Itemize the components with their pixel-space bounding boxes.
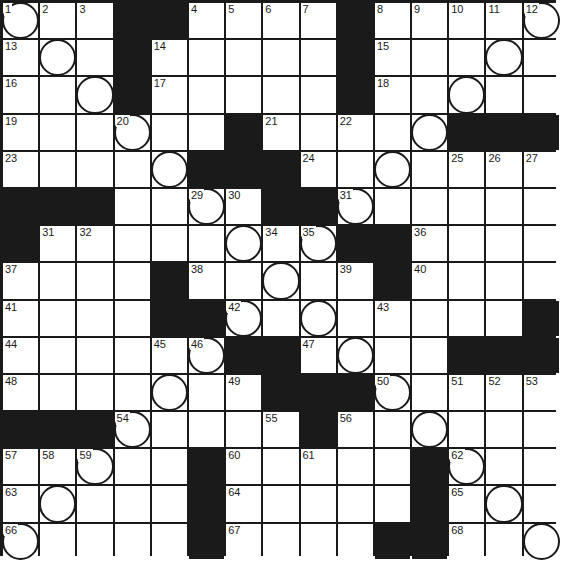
cell-r14-c7[interactable] xyxy=(263,524,298,559)
cell-r4-c2[interactable] xyxy=(77,152,112,187)
clue-number: 24 xyxy=(302,152,316,165)
clue-number: 30 xyxy=(227,189,241,202)
cell-r11-c4[interactable] xyxy=(152,412,187,447)
cell-r6-c1[interactable]: 31 xyxy=(40,226,75,261)
clue-number: 16 xyxy=(4,77,18,90)
cell-r5-c6[interactable]: 30 xyxy=(226,189,261,224)
clue-number: 46 xyxy=(190,338,204,351)
black-cell-r13-c5 xyxy=(189,486,224,521)
cell-r9-c1[interactable] xyxy=(40,338,75,373)
cell-r7-c7[interactable] xyxy=(263,263,298,298)
cell-r8-c7[interactable] xyxy=(263,301,298,336)
cell-r11-c12[interactable] xyxy=(449,412,484,447)
black-cell-r11-c1 xyxy=(40,412,75,447)
cell-r3-c1[interactable] xyxy=(40,115,75,150)
cell-r12-c7[interactable] xyxy=(263,449,298,484)
clue-number: 62 xyxy=(450,449,464,462)
clue-number: 35 xyxy=(302,226,316,239)
clue-number: 65 xyxy=(450,486,464,499)
cell-r8-c0[interactable]: 41 xyxy=(3,301,38,336)
clue-number: 64 xyxy=(227,486,241,499)
circle-marker xyxy=(300,300,337,337)
cell-r12-c10[interactable] xyxy=(375,449,410,484)
cell-r7-c9[interactable]: 39 xyxy=(338,263,373,298)
cell-r10-c14[interactable]: 53 xyxy=(524,375,559,410)
black-cell-r11-c0 xyxy=(3,412,38,447)
clue-number: 5 xyxy=(227,3,235,16)
cell-r5-c4[interactable] xyxy=(152,189,187,224)
cell-r7-c14[interactable] xyxy=(524,263,559,298)
clue-number: 4 xyxy=(190,3,198,16)
cell-r3-c11[interactable] xyxy=(412,115,447,150)
cell-r7-c11[interactable]: 40 xyxy=(412,263,447,298)
crossword-board: 1234567891011121314151617181920212223242… xyxy=(0,0,562,562)
cell-r5-c14[interactable] xyxy=(524,189,559,224)
circle-marker xyxy=(374,151,411,188)
cell-r11-c3[interactable]: 54 xyxy=(115,412,150,447)
cell-r14-c14[interactable] xyxy=(524,524,559,559)
clue-number: 26 xyxy=(487,152,501,165)
clue-number: 53 xyxy=(525,375,539,388)
clue-number: 11 xyxy=(487,3,500,16)
cell-r11-c10[interactable] xyxy=(375,412,410,447)
cell-r2-c5[interactable] xyxy=(189,77,224,112)
cell-r7-c5[interactable]: 38 xyxy=(189,263,224,298)
cell-r13-c7[interactable] xyxy=(263,486,298,521)
circle-marker xyxy=(411,114,448,151)
clue-number: 59 xyxy=(78,449,92,462)
cell-r12-c3[interactable] xyxy=(115,449,150,484)
cell-r12-c12[interactable]: 62 xyxy=(449,449,484,484)
circle-marker xyxy=(151,151,188,188)
cell-r11-c5[interactable] xyxy=(189,412,224,447)
black-cell-r9-c7 xyxy=(263,338,298,373)
black-cell-r12-c5 xyxy=(189,449,224,484)
cell-r5-c12[interactable] xyxy=(449,189,484,224)
cell-r10-c6[interactable]: 49 xyxy=(226,375,261,410)
cell-r13-c3[interactable] xyxy=(115,486,150,521)
circle-marker xyxy=(39,39,76,76)
cell-r13-c9[interactable] xyxy=(338,486,373,521)
clue-number: 7 xyxy=(302,3,310,16)
cell-r3-c2[interactable] xyxy=(77,115,112,150)
clue-number: 17 xyxy=(153,77,167,90)
clue-number: 38 xyxy=(190,263,204,276)
cell-r10-c3[interactable] xyxy=(115,375,150,410)
circle-marker xyxy=(337,337,374,374)
clue-number: 25 xyxy=(450,152,464,165)
cell-r5-c10[interactable] xyxy=(375,189,410,224)
cell-r5-c9[interactable]: 31 xyxy=(338,189,373,224)
circle-marker xyxy=(225,225,262,262)
clue-number: 45 xyxy=(153,338,167,351)
cell-r0-c8[interactable]: 7 xyxy=(301,3,336,38)
cell-r6-c5[interactable] xyxy=(189,226,224,261)
cell-r4-c12[interactable]: 25 xyxy=(449,152,484,187)
clue-number: 60 xyxy=(227,449,241,462)
cell-r3-c5[interactable] xyxy=(189,115,224,150)
cell-r3-c8[interactable] xyxy=(301,115,336,150)
clue-number: 57 xyxy=(4,449,18,462)
cell-r13-c4[interactable] xyxy=(152,486,187,521)
black-cell-r8-c14 xyxy=(524,301,559,336)
black-cell-r3-c13 xyxy=(486,115,521,150)
black-cell-r3-c6 xyxy=(226,115,261,150)
cell-r4-c8[interactable]: 24 xyxy=(301,152,336,187)
clue-number: 34 xyxy=(264,226,278,239)
cell-r2-c13[interactable] xyxy=(486,77,521,112)
cell-r0-c12[interactable]: 10 xyxy=(449,3,484,38)
cell-r4-c1[interactable] xyxy=(40,152,75,187)
cell-r2-c8[interactable] xyxy=(301,77,336,112)
cell-r11-c11[interactable] xyxy=(412,412,447,447)
cell-r8-c8[interactable] xyxy=(301,301,336,336)
clue-number: 43 xyxy=(376,301,390,314)
cell-r10-c4[interactable] xyxy=(152,375,187,410)
cell-r7-c3[interactable] xyxy=(115,263,150,298)
cell-r13-c14[interactable] xyxy=(524,486,559,521)
cell-r9-c10[interactable] xyxy=(375,338,410,373)
cell-r9-c4[interactable]: 45 xyxy=(152,338,187,373)
cell-r5-c5[interactable]: 29 xyxy=(189,189,224,224)
black-cell-r9-c6 xyxy=(226,338,261,373)
cell-r14-c2[interactable] xyxy=(77,524,112,559)
cell-r10-c13[interactable]: 52 xyxy=(486,375,521,410)
cell-r0-c11[interactable]: 9 xyxy=(412,3,447,38)
clue-number: 40 xyxy=(413,263,427,276)
black-cell-r2-c3 xyxy=(115,77,150,112)
cell-r12-c2[interactable]: 59 xyxy=(77,449,112,484)
cell-r6-c14[interactable] xyxy=(524,226,559,261)
circle-marker xyxy=(76,76,113,113)
cell-r10-c11[interactable] xyxy=(412,375,447,410)
clue-number: 29 xyxy=(190,189,204,202)
circle-marker xyxy=(411,411,448,448)
black-cell-r13-c11 xyxy=(412,486,447,521)
clue-number: 14 xyxy=(153,40,167,53)
cell-r3-c0[interactable]: 19 xyxy=(3,115,38,150)
black-cell-r14-c5 xyxy=(189,524,224,559)
cell-r14-c12[interactable]: 68 xyxy=(449,524,484,559)
black-cell-r12-c11 xyxy=(412,449,447,484)
clue-number: 32 xyxy=(78,226,92,239)
cell-r13-c1[interactable] xyxy=(40,486,75,521)
cell-r8-c6[interactable]: 42 xyxy=(226,301,261,336)
cell-r9-c0[interactable]: 44 xyxy=(3,338,38,373)
black-cell-r0-c9 xyxy=(338,3,373,38)
cell-r4-c3[interactable] xyxy=(115,152,150,187)
cell-r8-c13[interactable] xyxy=(486,301,521,336)
black-cell-r9-c12 xyxy=(449,338,484,373)
cell-r13-c6[interactable]: 64 xyxy=(226,486,261,521)
cell-r4-c4[interactable] xyxy=(152,152,187,187)
clue-number: 54 xyxy=(116,412,130,425)
black-cell-r5-c2 xyxy=(77,189,112,224)
black-cell-r9-c13 xyxy=(486,338,521,373)
black-cell-r14-c10 xyxy=(375,524,410,559)
clue-number: 19 xyxy=(4,115,18,128)
cell-r13-c12[interactable]: 65 xyxy=(449,486,484,521)
clue-number: 12 xyxy=(525,3,539,16)
cell-r7-c2[interactable] xyxy=(77,263,112,298)
cell-r14-c4[interactable] xyxy=(152,524,187,559)
cell-r14-c8[interactable] xyxy=(301,524,336,559)
clue-number: 52 xyxy=(487,375,501,388)
black-cell-r7-c10 xyxy=(375,263,410,298)
clue-number: 31 xyxy=(339,189,353,202)
cell-r0-c1[interactable]: 2 xyxy=(40,3,75,38)
cell-r6-c13[interactable] xyxy=(486,226,521,261)
clue-number: 44 xyxy=(4,338,18,351)
cell-r1-c8[interactable] xyxy=(301,40,336,75)
cell-r5-c11[interactable] xyxy=(412,189,447,224)
cell-r12-c9[interactable] xyxy=(338,449,373,484)
cell-r2-c4[interactable]: 17 xyxy=(152,77,187,112)
clue-number: 63 xyxy=(4,486,18,499)
clue-number: 27 xyxy=(525,152,539,165)
cell-r10-c12[interactable]: 51 xyxy=(449,375,484,410)
clue-number: 31 xyxy=(41,226,55,239)
clue-number: 56 xyxy=(339,412,353,425)
cell-r6-c7[interactable]: 34 xyxy=(263,226,298,261)
cell-r6-c2[interactable]: 32 xyxy=(77,226,112,261)
clue-number: 51 xyxy=(450,375,464,388)
cell-r2-c10[interactable]: 18 xyxy=(375,77,410,112)
cell-r7-c1[interactable] xyxy=(40,263,75,298)
cell-r12-c13[interactable] xyxy=(486,449,521,484)
clue-number: 68 xyxy=(450,524,464,537)
black-cell-r11-c8 xyxy=(301,412,336,447)
cell-r13-c0[interactable]: 63 xyxy=(3,486,38,521)
cell-r0-c5[interactable]: 4 xyxy=(189,3,224,38)
cell-r1-c4[interactable]: 14 xyxy=(152,40,187,75)
cell-r2-c0[interactable]: 16 xyxy=(3,77,38,112)
cell-r5-c13[interactable] xyxy=(486,189,521,224)
clue-number: 61 xyxy=(302,449,316,462)
black-cell-r8-c5 xyxy=(189,301,224,336)
clue-number: 2 xyxy=(41,3,49,16)
cell-r3-c10[interactable] xyxy=(375,115,410,150)
circle-marker xyxy=(448,76,485,113)
cell-r13-c8[interactable] xyxy=(301,486,336,521)
cell-r1-c13[interactable] xyxy=(486,40,521,75)
cell-r6-c3[interactable] xyxy=(115,226,150,261)
black-cell-r9-c14 xyxy=(524,338,559,373)
black-cell-r0-c4 xyxy=(152,3,187,38)
cell-r6-c6[interactable] xyxy=(226,226,261,261)
cell-r2-c1[interactable] xyxy=(40,77,75,112)
cell-r1-c12[interactable] xyxy=(449,40,484,75)
cell-r9-c3[interactable] xyxy=(115,338,150,373)
clue-number: 3 xyxy=(78,3,86,16)
cell-r8-c9[interactable] xyxy=(338,301,373,336)
cell-r3-c4[interactable] xyxy=(152,115,187,150)
clue-number: 10 xyxy=(450,3,464,16)
black-cell-r4-c6 xyxy=(226,152,261,187)
cell-r7-c12[interactable] xyxy=(449,263,484,298)
cell-r1-c5[interactable] xyxy=(189,40,224,75)
cell-r0-c13[interactable]: 11 xyxy=(486,3,521,38)
cell-r1-c2[interactable] xyxy=(77,40,112,75)
cell-r6-c8[interactable]: 35 xyxy=(301,226,336,261)
cell-r7-c8[interactable] xyxy=(301,263,336,298)
black-cell-r10-c7 xyxy=(263,375,298,410)
cell-r3-c9[interactable]: 22 xyxy=(338,115,373,150)
cell-r10-c10[interactable]: 50 xyxy=(375,375,410,410)
cell-r4-c14[interactable]: 27 xyxy=(524,152,559,187)
cell-r0-c7[interactable]: 6 xyxy=(263,3,298,38)
cell-r12-c8[interactable]: 61 xyxy=(301,449,336,484)
cell-r8-c1[interactable] xyxy=(40,301,75,336)
cell-r7-c6[interactable] xyxy=(226,263,261,298)
black-cell-r0-c3 xyxy=(115,3,150,38)
cell-r11-c7[interactable]: 55 xyxy=(263,412,298,447)
cell-r1-c14[interactable] xyxy=(524,40,559,75)
cell-r4-c10[interactable] xyxy=(375,152,410,187)
black-cell-r6-c9 xyxy=(338,226,373,261)
cell-r2-c6[interactable] xyxy=(226,77,261,112)
cell-r12-c4[interactable] xyxy=(152,449,187,484)
clue-number: 36 xyxy=(413,226,427,239)
clue-number: 22 xyxy=(339,115,353,128)
cell-r2-c2[interactable] xyxy=(77,77,112,112)
cell-r9-c5[interactable]: 46 xyxy=(189,338,224,373)
clue-number: 42 xyxy=(227,301,241,314)
clue-number: 1 xyxy=(4,3,12,16)
black-cell-r2-c9 xyxy=(338,77,373,112)
black-cell-r3-c14 xyxy=(524,115,559,150)
black-cell-r6-c10 xyxy=(375,226,410,261)
cell-r8-c11[interactable] xyxy=(412,301,447,336)
black-cell-r10-c8 xyxy=(301,375,336,410)
cell-r10-c5[interactable] xyxy=(189,375,224,410)
cell-r5-c3[interactable] xyxy=(115,189,150,224)
cell-r2-c14[interactable] xyxy=(524,77,559,112)
cell-r8-c3[interactable] xyxy=(115,301,150,336)
clue-number: 21 xyxy=(264,115,278,128)
clue-number: 8 xyxy=(376,3,384,16)
cell-r9-c11[interactable] xyxy=(412,338,447,373)
cell-r8-c2[interactable] xyxy=(77,301,112,336)
black-cell-r1-c9 xyxy=(338,40,373,75)
cell-r12-c6[interactable]: 60 xyxy=(226,449,261,484)
cell-r14-c3[interactable] xyxy=(115,524,150,559)
cell-r12-c14[interactable] xyxy=(524,449,559,484)
cell-r14-c0[interactable]: 66 xyxy=(3,524,38,559)
cell-r4-c0[interactable]: 23 xyxy=(3,152,38,187)
cell-r14-c6[interactable]: 67 xyxy=(226,524,261,559)
clue-number: 6 xyxy=(264,3,272,16)
cell-r10-c0[interactable]: 48 xyxy=(3,375,38,410)
cell-r14-c1[interactable] xyxy=(40,524,75,559)
cell-r11-c6[interactable] xyxy=(226,412,261,447)
crossword-grid: 1234567891011121314151617181920212223242… xyxy=(0,0,556,556)
black-cell-r6-c0 xyxy=(3,226,38,261)
cell-r3-c3[interactable]: 20 xyxy=(115,115,150,150)
cell-r9-c2[interactable] xyxy=(77,338,112,373)
cell-r1-c11[interactable] xyxy=(412,40,447,75)
cell-r2-c7[interactable] xyxy=(263,77,298,112)
cell-r0-c10[interactable]: 8 xyxy=(375,3,410,38)
cell-r14-c9[interactable] xyxy=(338,524,373,559)
cell-r2-c12[interactable] xyxy=(449,77,484,112)
cell-r0-c0[interactable]: 1 xyxy=(3,3,38,38)
black-cell-r3-c12 xyxy=(449,115,484,150)
black-cell-r5-c8 xyxy=(301,189,336,224)
cell-r6-c12[interactable] xyxy=(449,226,484,261)
cell-r8-c12[interactable] xyxy=(449,301,484,336)
clue-number: 18 xyxy=(376,77,390,90)
cell-r0-c2[interactable]: 3 xyxy=(77,3,112,38)
cell-r11-c13[interactable] xyxy=(486,412,521,447)
black-cell-r1-c3 xyxy=(115,40,150,75)
cell-r7-c13[interactable] xyxy=(486,263,521,298)
black-cell-r10-c9 xyxy=(338,375,373,410)
clue-number: 9 xyxy=(413,3,421,16)
cell-r1-c7[interactable] xyxy=(263,40,298,75)
circle-marker xyxy=(485,39,522,76)
black-cell-r5-c7 xyxy=(263,189,298,224)
cell-r11-c9[interactable]: 56 xyxy=(338,412,373,447)
clue-number: 23 xyxy=(4,152,18,165)
black-cell-r4-c5 xyxy=(189,152,224,187)
cell-r7-c0[interactable]: 37 xyxy=(3,263,38,298)
cell-r12-c0[interactable]: 57 xyxy=(3,449,38,484)
cell-r4-c9[interactable] xyxy=(338,152,373,187)
cell-r6-c4[interactable] xyxy=(152,226,187,261)
cell-r13-c13[interactable] xyxy=(486,486,521,521)
clue-number: 41 xyxy=(4,301,18,314)
cell-r1-c0[interactable]: 13 xyxy=(3,40,38,75)
cell-r4-c11[interactable] xyxy=(412,152,447,187)
cell-r11-c14[interactable] xyxy=(524,412,559,447)
cell-r6-c11[interactable]: 36 xyxy=(412,226,447,261)
cell-r0-c6[interactable]: 5 xyxy=(226,3,261,38)
black-cell-r8-c4 xyxy=(152,301,187,336)
clue-number: 58 xyxy=(41,449,55,462)
cell-r12-c1[interactable]: 58 xyxy=(40,449,75,484)
clue-number: 37 xyxy=(4,263,18,276)
cell-r0-c14[interactable]: 12 xyxy=(524,3,559,38)
black-cell-r4-c7 xyxy=(263,152,298,187)
black-cell-r11-c2 xyxy=(77,412,112,447)
cell-r3-c7[interactable]: 21 xyxy=(263,115,298,150)
clue-number: 39 xyxy=(339,263,353,276)
black-cell-r7-c4 xyxy=(152,263,187,298)
cell-r13-c2[interactable] xyxy=(77,486,112,521)
clue-number: 50 xyxy=(376,375,390,388)
circle-marker xyxy=(39,485,76,522)
cell-r9-c9[interactable] xyxy=(338,338,373,373)
cell-r13-c10[interactable] xyxy=(375,486,410,521)
cell-r8-c10[interactable]: 43 xyxy=(375,301,410,336)
black-cell-r5-c0 xyxy=(3,189,38,224)
circle-marker xyxy=(523,523,560,560)
circle-marker xyxy=(151,374,188,411)
cell-r1-c1[interactable] xyxy=(40,40,75,75)
cell-r1-c6[interactable] xyxy=(226,40,261,75)
black-cell-r5-c1 xyxy=(40,189,75,224)
clue-number: 13 xyxy=(4,40,18,53)
cell-r2-c11[interactable] xyxy=(412,77,447,112)
cell-r1-c10[interactable]: 15 xyxy=(375,40,410,75)
clue-number: 49 xyxy=(227,375,241,388)
cell-r10-c2[interactable] xyxy=(77,375,112,410)
cell-r14-c13[interactable] xyxy=(486,524,521,559)
cell-r9-c8[interactable]: 47 xyxy=(301,338,336,373)
cell-r4-c13[interactable]: 26 xyxy=(486,152,521,187)
cell-r10-c1[interactable] xyxy=(40,375,75,410)
